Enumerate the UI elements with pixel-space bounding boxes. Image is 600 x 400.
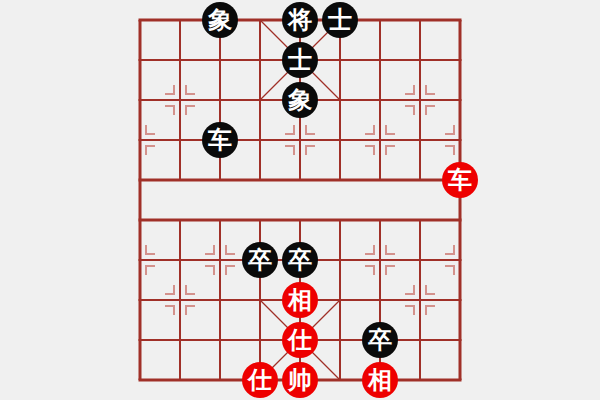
board-point-2-2[interactable] (200, 80, 240, 120)
board-point-3-2[interactable] (240, 80, 280, 120)
black-pawn[interactable]: 卒 (282, 242, 318, 278)
board-point-7-2[interactable] (400, 80, 440, 120)
board-point-2-5[interactable] (200, 200, 240, 240)
xiangqi-app: 象将士士象车车卒卒相仕卒仕帅相 (0, 0, 600, 400)
board-point-3-1[interactable] (240, 40, 280, 80)
board-point-0-2[interactable] (120, 80, 160, 120)
board-point-8-7[interactable] (440, 280, 480, 320)
board-point-0-5[interactable] (120, 200, 160, 240)
board-point-0-8[interactable] (120, 320, 160, 360)
board-point-6-5[interactable] (360, 200, 400, 240)
board-point-7-1[interactable] (400, 40, 440, 80)
board-point-6-6[interactable] (360, 240, 400, 280)
board-point-8-5[interactable] (440, 200, 480, 240)
board-point-0-9[interactable] (120, 360, 160, 400)
board-point-8-1[interactable] (440, 40, 480, 80)
board-point-2-8[interactable] (200, 320, 240, 360)
black-advisor[interactable]: 士 (282, 42, 318, 78)
board-point-2-1[interactable] (200, 40, 240, 80)
board-point-0-7[interactable] (120, 280, 160, 320)
board-point-2-6[interactable] (200, 240, 240, 280)
board-point-7-5[interactable] (400, 200, 440, 240)
board-point-4-6[interactable]: 卒 (280, 240, 320, 280)
black-advisor[interactable]: 士 (322, 2, 358, 38)
board-point-7-7[interactable] (400, 280, 440, 320)
board-point-5-8[interactable] (320, 320, 360, 360)
red-advisor[interactable]: 仕 (282, 322, 318, 358)
board-point-6-2[interactable] (360, 80, 400, 120)
board-point-1-9[interactable] (160, 360, 200, 400)
board-point-4-3[interactable] (280, 120, 320, 160)
board-point-4-7[interactable]: 相 (280, 280, 320, 320)
board-point-4-4[interactable] (280, 160, 320, 200)
black-elephant[interactable]: 象 (282, 82, 318, 118)
board-point-4-1[interactable]: 士 (280, 40, 320, 80)
board-point-2-7[interactable] (200, 280, 240, 320)
board-point-5-4[interactable] (320, 160, 360, 200)
board-point-3-5[interactable] (240, 200, 280, 240)
board-point-5-9[interactable] (320, 360, 360, 400)
board-point-4-0[interactable]: 将 (280, 0, 320, 40)
board-point-5-0[interactable]: 士 (320, 0, 360, 40)
board-point-8-4[interactable]: 车 (440, 160, 480, 200)
board-point-5-3[interactable] (320, 120, 360, 160)
board-point-7-9[interactable] (400, 360, 440, 400)
board-point-3-0[interactable] (240, 0, 280, 40)
board-point-3-7[interactable] (240, 280, 280, 320)
board-point-0-1[interactable] (120, 40, 160, 80)
board-point-4-5[interactable] (280, 200, 320, 240)
board-point-2-0[interactable]: 象 (200, 0, 240, 40)
board-point-2-4[interactable] (200, 160, 240, 200)
board-point-8-6[interactable] (440, 240, 480, 280)
board-point-6-4[interactable] (360, 160, 400, 200)
board-point-0-3[interactable] (120, 120, 160, 160)
board-point-6-7[interactable] (360, 280, 400, 320)
board-point-3-9[interactable]: 仕 (240, 360, 280, 400)
board-point-5-5[interactable] (320, 200, 360, 240)
board-point-6-0[interactable] (360, 0, 400, 40)
board-point-6-9[interactable]: 相 (360, 360, 400, 400)
board-point-7-6[interactable] (400, 240, 440, 280)
board-point-8-3[interactable] (440, 120, 480, 160)
board-point-5-7[interactable] (320, 280, 360, 320)
board-point-0-6[interactable] (120, 240, 160, 280)
board-point-3-4[interactable] (240, 160, 280, 200)
board-point-2-9[interactable] (200, 360, 240, 400)
black-chariot[interactable]: 车 (202, 122, 238, 158)
board-point-3-3[interactable] (240, 120, 280, 160)
black-elephant[interactable]: 象 (202, 2, 238, 38)
board-point-7-0[interactable] (400, 0, 440, 40)
black-pawn[interactable]: 卒 (242, 242, 278, 278)
board-point-6-8[interactable]: 卒 (360, 320, 400, 360)
board-point-7-4[interactable] (400, 160, 440, 200)
red-chariot[interactable]: 车 (442, 162, 478, 198)
board-point-5-6[interactable] (320, 240, 360, 280)
red-elephant[interactable]: 相 (282, 282, 318, 318)
board-point-1-5[interactable] (160, 200, 200, 240)
board-point-5-2[interactable] (320, 80, 360, 120)
red-elephant[interactable]: 相 (362, 362, 398, 398)
board-point-8-9[interactable] (440, 360, 480, 400)
board-point-1-7[interactable] (160, 280, 200, 320)
board-point-1-4[interactable] (160, 160, 200, 200)
board-point-8-8[interactable] (440, 320, 480, 360)
red-general[interactable]: 帅 (282, 362, 318, 398)
board-point-1-2[interactable] (160, 80, 200, 120)
board-point-3-6[interactable]: 卒 (240, 240, 280, 280)
board-point-7-8[interactable] (400, 320, 440, 360)
board-point-7-3[interactable] (400, 120, 440, 160)
xiangqi-board: 象将士士象车车卒卒相仕卒仕帅相 (120, 0, 480, 400)
board-point-4-2[interactable]: 象 (280, 80, 320, 120)
board-point-0-0[interactable] (120, 0, 160, 40)
red-advisor[interactable]: 仕 (242, 362, 278, 398)
board-point-4-9[interactable]: 帅 (280, 360, 320, 400)
board-point-6-3[interactable] (360, 120, 400, 160)
board-point-2-3[interactable]: 车 (200, 120, 240, 160)
black-general[interactable]: 将 (282, 2, 318, 38)
board-point-1-8[interactable] (160, 320, 200, 360)
board-point-1-1[interactable] (160, 40, 200, 80)
board-point-8-2[interactable] (440, 80, 480, 120)
board-point-3-8[interactable] (240, 320, 280, 360)
board-point-1-6[interactable] (160, 240, 200, 280)
board-point-6-1[interactable] (360, 40, 400, 80)
board-point-0-4[interactable] (120, 160, 160, 200)
board-point-1-0[interactable] (160, 0, 200, 40)
board-point-8-0[interactable] (440, 0, 480, 40)
board-point-5-1[interactable] (320, 40, 360, 80)
board-point-4-8[interactable]: 仕 (280, 320, 320, 360)
black-pawn[interactable]: 卒 (362, 322, 398, 358)
board-point-1-3[interactable] (160, 120, 200, 160)
